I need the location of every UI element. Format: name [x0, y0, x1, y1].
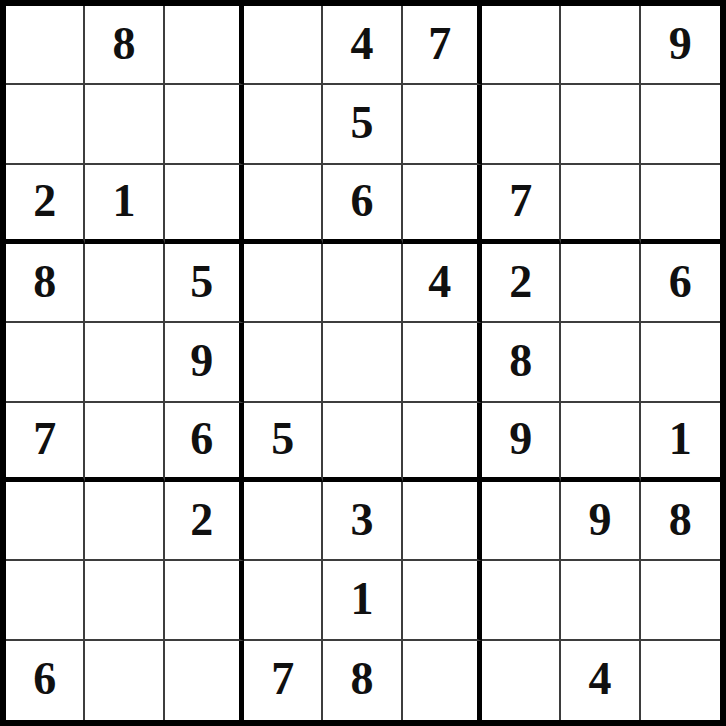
- cell-r1c9[interactable]: 9: [641, 6, 720, 85]
- given-digit: 8: [509, 338, 532, 384]
- cell-r3c6[interactable]: [403, 165, 482, 244]
- cell-r7c5[interactable]: 3: [323, 482, 402, 561]
- cell-r5c3[interactable]: 9: [165, 323, 244, 402]
- cell-r4c7[interactable]: 2: [482, 244, 561, 323]
- cell-r3c2[interactable]: 1: [85, 165, 164, 244]
- cell-r4c2[interactable]: [85, 244, 164, 323]
- cell-r5c6[interactable]: [403, 323, 482, 402]
- cell-r6c2[interactable]: [85, 403, 164, 482]
- cell-r9c2[interactable]: [85, 641, 164, 720]
- given-digit: 6: [190, 416, 213, 462]
- given-digit: 9: [588, 497, 611, 543]
- cell-r7c7[interactable]: [482, 482, 561, 561]
- given-digit: 1: [350, 576, 373, 622]
- cell-r7c3[interactable]: 2: [165, 482, 244, 561]
- cell-r2c7[interactable]: [482, 85, 561, 164]
- cell-r9c7[interactable]: [482, 641, 561, 720]
- cell-r3c5[interactable]: 6: [323, 165, 402, 244]
- cell-r3c9[interactable]: [641, 165, 720, 244]
- cell-r8c1[interactable]: [6, 561, 85, 640]
- given-digit: 3: [350, 497, 373, 543]
- cell-r9c4[interactable]: 7: [244, 641, 323, 720]
- cell-r2c5[interactable]: 5: [323, 85, 402, 164]
- cell-r4c6[interactable]: 4: [403, 244, 482, 323]
- cell-r6c5[interactable]: [323, 403, 402, 482]
- cell-r3c8[interactable]: [561, 165, 640, 244]
- cell-r2c8[interactable]: [561, 85, 640, 164]
- given-digit: 4: [350, 21, 373, 67]
- given-digit: 2: [190, 497, 213, 543]
- cell-r7c9[interactable]: 8: [641, 482, 720, 561]
- cell-r1c5[interactable]: 4: [323, 6, 402, 85]
- cell-r1c3[interactable]: [165, 6, 244, 85]
- cell-r6c4[interactable]: 5: [244, 403, 323, 482]
- cell-r8c5[interactable]: 1: [323, 561, 402, 640]
- cell-r2c2[interactable]: [85, 85, 164, 164]
- cell-r3c1[interactable]: 2: [6, 165, 85, 244]
- cell-r4c8[interactable]: [561, 244, 640, 323]
- cell-r9c1[interactable]: 6: [6, 641, 85, 720]
- given-digit: 9: [190, 338, 213, 384]
- cell-r2c4[interactable]: [244, 85, 323, 164]
- cell-r8c3[interactable]: [165, 561, 244, 640]
- cell-r4c4[interactable]: [244, 244, 323, 323]
- cell-r5c9[interactable]: [641, 323, 720, 402]
- given-digit: 6: [350, 178, 373, 224]
- cell-r7c1[interactable]: [6, 482, 85, 561]
- given-digit: 4: [428, 259, 451, 305]
- cell-r4c3[interactable]: 5: [165, 244, 244, 323]
- given-digit: 5: [350, 100, 373, 146]
- cell-r6c1[interactable]: 7: [6, 403, 85, 482]
- cell-r4c5[interactable]: [323, 244, 402, 323]
- given-digit: 9: [669, 21, 692, 67]
- cell-r5c7[interactable]: 8: [482, 323, 561, 402]
- given-digit: 7: [428, 21, 451, 67]
- cell-r8c7[interactable]: [482, 561, 561, 640]
- cell-r6c8[interactable]: [561, 403, 640, 482]
- cell-r8c4[interactable]: [244, 561, 323, 640]
- cell-r1c2[interactable]: 8: [85, 6, 164, 85]
- cell-r2c1[interactable]: [6, 85, 85, 164]
- sudoku-board: 847952167854269876591239816784: [0, 0, 726, 726]
- given-digit: 4: [588, 656, 611, 702]
- cell-r7c6[interactable]: [403, 482, 482, 561]
- cell-r4c9[interactable]: 6: [641, 244, 720, 323]
- given-digit: 7: [33, 416, 56, 462]
- given-digit: 9: [509, 416, 532, 462]
- cell-r6c9[interactable]: 1: [641, 403, 720, 482]
- cell-r8c9[interactable]: [641, 561, 720, 640]
- cell-r5c8[interactable]: [561, 323, 640, 402]
- given-digit: 5: [271, 416, 294, 462]
- cell-r9c3[interactable]: [165, 641, 244, 720]
- cell-r1c7[interactable]: [482, 6, 561, 85]
- cell-r2c3[interactable]: [165, 85, 244, 164]
- given-digit: 8: [33, 259, 56, 305]
- given-digit: 8: [669, 497, 692, 543]
- cell-r5c1[interactable]: [6, 323, 85, 402]
- given-digit: 6: [33, 656, 56, 702]
- given-digit: 2: [509, 259, 532, 305]
- cell-r9c6[interactable]: [403, 641, 482, 720]
- cell-r7c8[interactable]: 9: [561, 482, 640, 561]
- cell-r3c4[interactable]: [244, 165, 323, 244]
- cell-r1c4[interactable]: [244, 6, 323, 85]
- cell-r5c4[interactable]: [244, 323, 323, 402]
- cell-r9c9[interactable]: [641, 641, 720, 720]
- given-digit: 5: [190, 259, 213, 305]
- cell-r9c8[interactable]: 4: [561, 641, 640, 720]
- cell-r6c7[interactable]: 9: [482, 403, 561, 482]
- cell-r5c5[interactable]: [323, 323, 402, 402]
- cell-r3c7[interactable]: 7: [482, 165, 561, 244]
- cell-r8c8[interactable]: [561, 561, 640, 640]
- given-digit: 7: [271, 656, 294, 702]
- cell-r1c8[interactable]: [561, 6, 640, 85]
- given-digit: 1: [669, 416, 692, 462]
- given-digit: 2: [33, 178, 56, 224]
- given-digit: 8: [112, 21, 135, 67]
- cell-r4c1[interactable]: 8: [6, 244, 85, 323]
- given-digit: 8: [350, 656, 373, 702]
- cell-r1c6[interactable]: 7: [403, 6, 482, 85]
- cell-r7c4[interactable]: [244, 482, 323, 561]
- cell-r2c6[interactable]: [403, 85, 482, 164]
- cell-r6c6[interactable]: [403, 403, 482, 482]
- cell-r2c9[interactable]: [641, 85, 720, 164]
- cell-r5c2[interactable]: [85, 323, 164, 402]
- cell-r6c3[interactable]: 6: [165, 403, 244, 482]
- given-digit: 7: [509, 178, 532, 224]
- cell-r3c3[interactable]: [165, 165, 244, 244]
- cell-r7c2[interactable]: [85, 482, 164, 561]
- cell-r8c6[interactable]: [403, 561, 482, 640]
- cell-r8c2[interactable]: [85, 561, 164, 640]
- cell-r1c1[interactable]: [6, 6, 85, 85]
- cell-r9c5[interactable]: 8: [323, 641, 402, 720]
- given-digit: 6: [669, 259, 692, 305]
- given-digit: 1: [112, 178, 135, 224]
